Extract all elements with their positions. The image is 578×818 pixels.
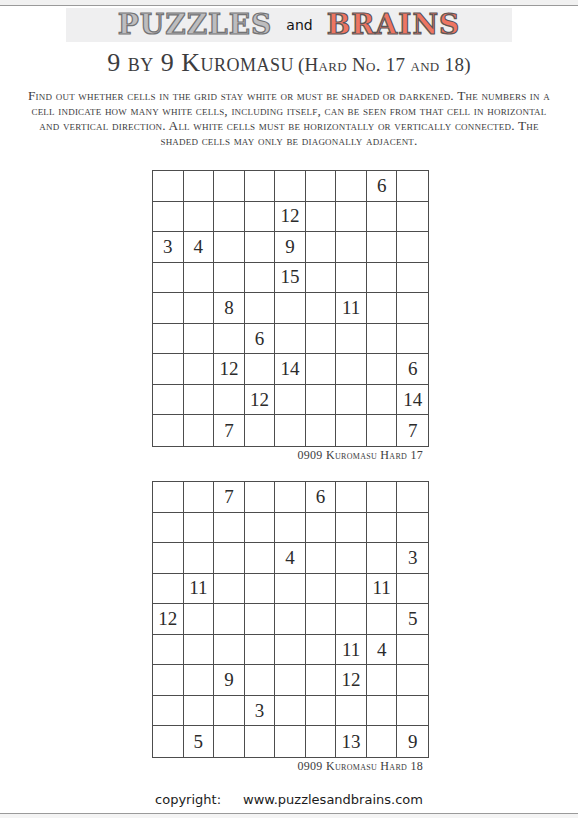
hard-17-cell-r2c7[interactable] xyxy=(336,202,367,233)
hard-17-cell-r7c9[interactable]: 6 xyxy=(397,354,428,385)
hard-18-cell-r8c1[interactable] xyxy=(153,696,184,727)
hard-18-cell-r7c7[interactable]: 12 xyxy=(336,665,367,696)
hard-18-cell-r9c4[interactable] xyxy=(245,726,276,757)
hard-18-cell-r3c1[interactable] xyxy=(153,543,184,574)
hard-17-cell-r2c3[interactable] xyxy=(214,202,245,233)
hard-18-cell-r3c9[interactable]: 3 xyxy=(397,543,428,574)
hard-17-cell-r8c6[interactable] xyxy=(306,385,337,416)
copyright-footer: copyright:www.puzzlesandbrains.com xyxy=(0,792,578,807)
kuromasu-grid-hard-17: 61234915811612146121477 xyxy=(152,170,429,447)
hard-18-cell-r3c2[interactable] xyxy=(184,543,215,574)
hard-18-cell-r8c3[interactable] xyxy=(214,696,245,727)
hard-17-cell-r1c9[interactable] xyxy=(397,171,428,202)
hard-18-cell-r8c8[interactable] xyxy=(367,696,398,727)
hard-17-cell-r3c6[interactable] xyxy=(306,232,337,263)
hard-18-cell-r4c1[interactable] xyxy=(153,574,184,605)
hard-17-cell-r5c9[interactable] xyxy=(397,293,428,324)
hard-17-cell-r8c1[interactable] xyxy=(153,385,184,416)
hard-18-cell-r5c1[interactable]: 12 xyxy=(153,604,184,635)
hard-18-cell-r4c8[interactable]: 11 xyxy=(367,574,398,605)
grid-17-caption: 0909 Kuromasu Hard 17 xyxy=(152,448,429,463)
hard-18-cell-r3c3[interactable] xyxy=(214,543,245,574)
hard-17-cell-r7c2[interactable] xyxy=(184,354,215,385)
hard-18-cell-r9c3[interactable] xyxy=(214,726,245,757)
hard-18-cell-r8c2[interactable] xyxy=(184,696,215,727)
hard-17-cell-r6c1[interactable] xyxy=(153,324,184,355)
hard-17-cell-r8c8[interactable] xyxy=(367,385,398,416)
logo-brains-text: BRAINS xyxy=(327,11,461,39)
hard-17-cell-r2c9[interactable] xyxy=(397,202,428,233)
hard-18-cell-r6c9[interactable] xyxy=(397,635,428,666)
hard-18-cell-r9c9[interactable]: 9 xyxy=(397,726,428,757)
hard-18-cell-r5c2[interactable] xyxy=(184,604,215,635)
hard-18-cell-r3c7[interactable] xyxy=(336,543,367,574)
hard-17-cell-r4c2[interactable] xyxy=(184,263,215,294)
hard-17-cell-r9c7[interactable] xyxy=(336,415,367,446)
hard-17-cell-r4c4[interactable] xyxy=(245,263,276,294)
hard-17-cell-r7c1[interactable] xyxy=(153,354,184,385)
logo-and-text: and xyxy=(286,17,312,33)
hard-17-cell-r8c9[interactable]: 14 xyxy=(397,385,428,416)
hard-17-cell-r3c4[interactable] xyxy=(245,232,276,263)
hard-17-cell-r9c2[interactable] xyxy=(184,415,215,446)
hard-18-cell-r4c5[interactable] xyxy=(275,574,306,605)
hard-18-cell-r5c5[interactable] xyxy=(275,604,306,635)
hard-18-cell-r2c9[interactable] xyxy=(397,513,428,544)
puzzle-instructions: Find out whether cells in the grid stay … xyxy=(25,88,553,148)
hard-18-cell-r9c8[interactable] xyxy=(367,726,398,757)
hard-17-cell-r7c4[interactable] xyxy=(245,354,276,385)
page-title-main: 9 by 9 Kuromasu xyxy=(107,48,294,77)
hard-18-cell-r7c4[interactable] xyxy=(245,665,276,696)
hard-17-cell-r2c8[interactable] xyxy=(367,202,398,233)
hard-18-cell-r6c3[interactable] xyxy=(214,635,245,666)
hard-17-cell-r8c5[interactable] xyxy=(275,385,306,416)
hard-17-cell-r3c1[interactable]: 3 xyxy=(153,232,184,263)
hard-17-cell-r1c3[interactable] xyxy=(214,171,245,202)
hard-17-cell-r2c5[interactable]: 12 xyxy=(275,202,306,233)
hard-18-cell-r1c2[interactable] xyxy=(184,482,215,513)
hard-17-cell-r6c7[interactable] xyxy=(336,324,367,355)
page-title-sub: (Hard No. 17 and 18) xyxy=(298,54,471,75)
hard-18-cell-r7c2[interactable] xyxy=(184,665,215,696)
hard-18-cell-r5c8[interactable] xyxy=(367,604,398,635)
hard-17-cell-r6c8[interactable] xyxy=(367,324,398,355)
hard-17-cell-r8c7[interactable] xyxy=(336,385,367,416)
hard-18-cell-r6c4[interactable] xyxy=(245,635,276,666)
hard-18-cell-r7c6[interactable] xyxy=(306,665,337,696)
hard-17-cell-r1c6[interactable] xyxy=(306,171,337,202)
hard-17-cell-r5c3[interactable]: 8 xyxy=(214,293,245,324)
hard-17-cell-r8c2[interactable] xyxy=(184,385,215,416)
hard-18-cell-r1c1[interactable] xyxy=(153,482,184,513)
hard-17-cell-r7c6[interactable] xyxy=(306,354,337,385)
hard-17-cell-r5c5[interactable] xyxy=(275,293,306,324)
hard-18-cell-r4c7[interactable] xyxy=(336,574,367,605)
hard-17-cell-r1c1[interactable] xyxy=(153,171,184,202)
hard-18-cell-r8c7[interactable] xyxy=(336,696,367,727)
hard-17-cell-r4c1[interactable] xyxy=(153,263,184,294)
hard-18-cell-r3c6[interactable] xyxy=(306,543,337,574)
hard-17-cell-r9c1[interactable] xyxy=(153,415,184,446)
hard-17-cell-r6c3[interactable] xyxy=(214,324,245,355)
hard-18-cell-r2c2[interactable] xyxy=(184,513,215,544)
page-title: 9 by 9 Kuromasu (Hard No. 17 and 18) xyxy=(0,48,578,78)
hard-18-cell-r1c3[interactable]: 7 xyxy=(214,482,245,513)
hard-18-cell-r2c1[interactable] xyxy=(153,513,184,544)
hard-17-cell-r6c5[interactable] xyxy=(275,324,306,355)
hard-18-cell-r8c6[interactable] xyxy=(306,696,337,727)
hard-18-cell-r7c5[interactable] xyxy=(275,665,306,696)
hard-17-cell-r4c9[interactable] xyxy=(397,263,428,294)
hard-17-cell-r6c2[interactable] xyxy=(184,324,215,355)
hard-18-cell-r4c4[interactable] xyxy=(245,574,276,605)
hard-18-cell-r2c5[interactable] xyxy=(275,513,306,544)
site-logo: PUZZLES and BRAINS xyxy=(66,8,512,42)
hard-18-cell-r1c9[interactable] xyxy=(397,482,428,513)
hard-18-cell-r6c5[interactable] xyxy=(275,635,306,666)
hard-18-cell-r9c5[interactable] xyxy=(275,726,306,757)
hard-17-cell-r3c3[interactable] xyxy=(214,232,245,263)
hard-18-cell-r3c4[interactable] xyxy=(245,543,276,574)
logo-puzzles-text: PUZZLES xyxy=(118,11,273,39)
hard-18-cell-r5c3[interactable] xyxy=(214,604,245,635)
hard-18-cell-r5c7[interactable] xyxy=(336,604,367,635)
page-bottom-edge xyxy=(0,813,578,818)
hard-18-cell-r7c1[interactable] xyxy=(153,665,184,696)
hard-17-cell-r9c4[interactable] xyxy=(245,415,276,446)
hard-17-cell-r9c8[interactable] xyxy=(367,415,398,446)
site-url[interactable]: www.puzzlesandbrains.com xyxy=(243,792,423,807)
hard-17-cell-r5c2[interactable] xyxy=(184,293,215,324)
kuromasu-puzzle-page: PUZZLES and BRAINS 9 by 9 Kuromasu (Hard… xyxy=(0,0,578,818)
hard-18-cell-r9c7[interactable]: 13 xyxy=(336,726,367,757)
hard-18-cell-r8c5[interactable] xyxy=(275,696,306,727)
hard-18-cell-r7c9[interactable] xyxy=(397,665,428,696)
hard-18-cell-r4c6[interactable] xyxy=(306,574,337,605)
hard-18-cell-r1c4[interactable] xyxy=(245,482,276,513)
hard-18-cell-r2c3[interactable] xyxy=(214,513,245,544)
hard-17-cell-r1c2[interactable] xyxy=(184,171,215,202)
hard-17-cell-r9c3[interactable]: 7 xyxy=(214,415,245,446)
hard-18-cell-r5c4[interactable] xyxy=(245,604,276,635)
hard-18-cell-r1c8[interactable] xyxy=(367,482,398,513)
hard-17-cell-r1c4[interactable] xyxy=(245,171,276,202)
hard-18-cell-r4c9[interactable] xyxy=(397,574,428,605)
hard-18-cell-r1c5[interactable] xyxy=(275,482,306,513)
hard-18-cell-r3c5[interactable]: 4 xyxy=(275,543,306,574)
hard-18-cell-r9c2[interactable]: 5 xyxy=(184,726,215,757)
hard-17-cell-r3c8[interactable] xyxy=(367,232,398,263)
hard-17-cell-r1c7[interactable] xyxy=(336,171,367,202)
kuromasu-grid-hard-18: 7643111112511491235139 xyxy=(152,481,429,758)
hard-17-cell-r1c5[interactable] xyxy=(275,171,306,202)
hard-17-cell-r5c7[interactable]: 11 xyxy=(336,293,367,324)
hard-18-cell-r2c6[interactable] xyxy=(306,513,337,544)
hard-18-cell-r5c9[interactable]: 5 xyxy=(397,604,428,635)
hard-17-cell-r4c3[interactable] xyxy=(214,263,245,294)
grid-18-caption: 0909 Kuromasu Hard 18 xyxy=(152,759,429,774)
hard-17-cell-r6c6[interactable] xyxy=(306,324,337,355)
hard-17-cell-r3c5[interactable]: 9 xyxy=(275,232,306,263)
hard-18-cell-r2c8[interactable] xyxy=(367,513,398,544)
hard-18-cell-r3c8[interactable] xyxy=(367,543,398,574)
hard-17-cell-r8c3[interactable] xyxy=(214,385,245,416)
hard-18-cell-r1c6[interactable]: 6 xyxy=(306,482,337,513)
hard-17-cell-r3c9[interactable] xyxy=(397,232,428,263)
hard-18-cell-r9c6[interactable] xyxy=(306,726,337,757)
hard-18-cell-r4c2[interactable]: 11 xyxy=(184,574,215,605)
hard-18-cell-r8c4[interactable]: 3 xyxy=(245,696,276,727)
hard-18-cell-r7c8[interactable] xyxy=(367,665,398,696)
hard-18-cell-r8c9[interactable] xyxy=(397,696,428,727)
hard-17-cell-r8c4[interactable]: 12 xyxy=(245,385,276,416)
hard-17-cell-r4c7[interactable] xyxy=(336,263,367,294)
hard-17-cell-r9c6[interactable] xyxy=(306,415,337,446)
hard-17-cell-r4c5[interactable]: 15 xyxy=(275,263,306,294)
hard-17-cell-r1c8[interactable]: 6 xyxy=(367,171,398,202)
hard-17-cell-r5c6[interactable] xyxy=(306,293,337,324)
hard-17-cell-r4c8[interactable] xyxy=(367,263,398,294)
hard-18-cell-r2c7[interactable] xyxy=(336,513,367,544)
hard-18-cell-r6c8[interactable]: 4 xyxy=(367,635,398,666)
hard-17-cell-r3c2[interactable]: 4 xyxy=(184,232,215,263)
hard-17-cell-r5c4[interactable] xyxy=(245,293,276,324)
copyright-label: copyright: xyxy=(155,792,221,807)
hard-17-cell-r2c6[interactable] xyxy=(306,202,337,233)
hard-17-cell-r9c5[interactable] xyxy=(275,415,306,446)
hard-17-cell-r9c9[interactable]: 7 xyxy=(397,415,428,446)
hard-17-cell-r7c3[interactable]: 12 xyxy=(214,354,245,385)
hard-17-cell-r3c7[interactable] xyxy=(336,232,367,263)
hard-17-cell-r7c8[interactable] xyxy=(367,354,398,385)
hard-17-cell-r4c6[interactable] xyxy=(306,263,337,294)
hard-17-cell-r2c4[interactable] xyxy=(245,202,276,233)
hard-18-cell-r1c7[interactable] xyxy=(336,482,367,513)
hard-18-cell-r6c6[interactable] xyxy=(306,635,337,666)
hard-18-cell-r9c1[interactable] xyxy=(153,726,184,757)
hard-17-cell-r7c7[interactable] xyxy=(336,354,367,385)
hard-18-cell-r5c6[interactable] xyxy=(306,604,337,635)
hard-18-cell-r6c1[interactable] xyxy=(153,635,184,666)
hard-18-cell-r4c3[interactable] xyxy=(214,574,245,605)
hard-18-cell-r6c7[interactable]: 11 xyxy=(336,635,367,666)
hard-18-cell-r6c2[interactable] xyxy=(184,635,215,666)
hard-17-cell-r6c9[interactable] xyxy=(397,324,428,355)
hard-18-cell-r2c4[interactable] xyxy=(245,513,276,544)
page-top-edge xyxy=(0,0,578,6)
hard-18-cell-r7c3[interactable]: 9 xyxy=(214,665,245,696)
hard-17-cell-r7c5[interactable]: 14 xyxy=(275,354,306,385)
hard-17-cell-r6c4[interactable]: 6 xyxy=(245,324,276,355)
hard-17-cell-r2c1[interactable] xyxy=(153,202,184,233)
hard-17-cell-r5c8[interactable] xyxy=(367,293,398,324)
hard-17-cell-r5c1[interactable] xyxy=(153,293,184,324)
hard-17-cell-r2c2[interactable] xyxy=(184,202,215,233)
